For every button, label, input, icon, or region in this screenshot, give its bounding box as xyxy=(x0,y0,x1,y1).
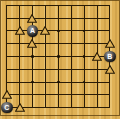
triangle-icon xyxy=(92,52,102,61)
star-dot xyxy=(83,81,86,84)
star-dot xyxy=(57,81,60,84)
intersections-grid: ABC xyxy=(0,0,116,114)
star-point xyxy=(52,76,65,89)
star-dot xyxy=(31,81,34,84)
black-stone-b: B xyxy=(103,50,116,63)
black-stone: A xyxy=(27,25,39,37)
triangle-mark xyxy=(13,24,26,37)
black-stone-a: A xyxy=(26,24,39,37)
stone-label: B xyxy=(107,53,112,60)
triangle-mark xyxy=(26,37,39,50)
triangle-mark xyxy=(39,24,52,37)
black-stone: C xyxy=(1,102,13,114)
star-point xyxy=(52,24,65,37)
triangle-mark xyxy=(26,12,39,25)
triangle-mark xyxy=(0,88,13,101)
star-point xyxy=(78,76,91,89)
star-dot xyxy=(57,55,60,58)
triangle-mark xyxy=(103,63,116,76)
triangle-icon xyxy=(15,103,25,112)
stone-label: C xyxy=(4,104,9,111)
triangle-mark xyxy=(103,37,116,50)
go-board: ABC xyxy=(0,0,120,119)
triangle-icon xyxy=(105,65,115,74)
black-stone: B xyxy=(104,51,116,63)
triangle-icon xyxy=(27,39,37,48)
star-dot xyxy=(83,55,86,58)
triangle-icon xyxy=(27,14,37,23)
triangle-icon xyxy=(40,26,50,35)
star-dot xyxy=(57,30,60,33)
black-stone-c: C xyxy=(0,101,13,114)
triangle-icon xyxy=(15,26,25,35)
triangle-icon xyxy=(2,90,12,99)
triangle-mark xyxy=(13,101,26,114)
triangle-mark xyxy=(90,50,103,63)
star-point xyxy=(26,76,39,89)
star-point xyxy=(26,50,39,63)
star-point xyxy=(52,50,65,63)
star-dot xyxy=(83,30,86,33)
star-dot xyxy=(31,55,34,58)
star-point xyxy=(78,50,91,63)
star-point xyxy=(78,24,91,37)
triangle-icon xyxy=(105,39,115,48)
stone-label: A xyxy=(30,27,35,34)
